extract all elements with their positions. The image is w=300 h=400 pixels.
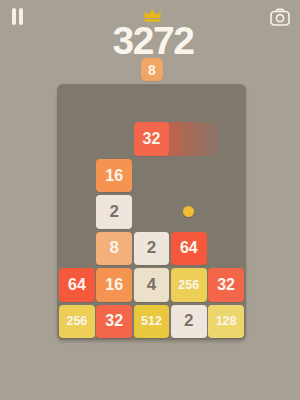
tile-value: 16 <box>105 167 123 185</box>
tile-value: 64 <box>180 239 198 257</box>
tile-value: 64 <box>68 276 86 294</box>
tile-value: 128 <box>216 314 237 328</box>
tile-value: 16 <box>105 276 123 294</box>
tile-256: 256 <box>59 305 95 338</box>
tile-value: 2 <box>184 311 193 331</box>
tile-value: 32 <box>105 312 123 330</box>
falling-tile-32[interactable]: 32 <box>134 122 170 155</box>
tile-4: 4 <box>134 268 170 301</box>
tile-64: 64 <box>59 268 95 301</box>
tile-2: 2 <box>96 195 132 228</box>
tile-value: 512 <box>141 314 162 328</box>
tile-value: 256 <box>178 278 199 292</box>
tile-value: 2 <box>147 238 156 258</box>
tile-value: 4 <box>147 275 156 295</box>
tile-64: 64 <box>171 232 207 265</box>
tile-value: 2 <box>109 202 118 222</box>
score-value: 3272 <box>3 21 300 60</box>
tile-8: 8 <box>96 232 132 265</box>
tile-32: 32 <box>96 305 132 338</box>
board-grid[interactable]: 3216282646416425632256325122128 <box>57 84 246 340</box>
tile-value: 32 <box>217 276 235 294</box>
tile-value: 32 <box>143 130 161 148</box>
tile-16: 16 <box>96 159 132 192</box>
tile-16: 16 <box>96 268 132 301</box>
tile-256: 256 <box>171 268 207 301</box>
tile-32: 32 <box>208 268 244 301</box>
motion-blur-trail <box>169 122 218 155</box>
tile-128: 128 <box>208 305 244 338</box>
coin-dot <box>183 206 194 217</box>
tile-512: 512 <box>134 305 170 338</box>
tile-value: 256 <box>66 314 87 328</box>
coin-cell <box>171 195 207 228</box>
tile-2: 2 <box>171 305 207 338</box>
tile-value: 8 <box>109 238 118 258</box>
next-tile-value: 8 <box>148 62 156 78</box>
camera-button[interactable] <box>270 8 290 26</box>
tile-2: 2 <box>134 232 170 265</box>
next-tile-preview: 8 <box>141 58 163 81</box>
